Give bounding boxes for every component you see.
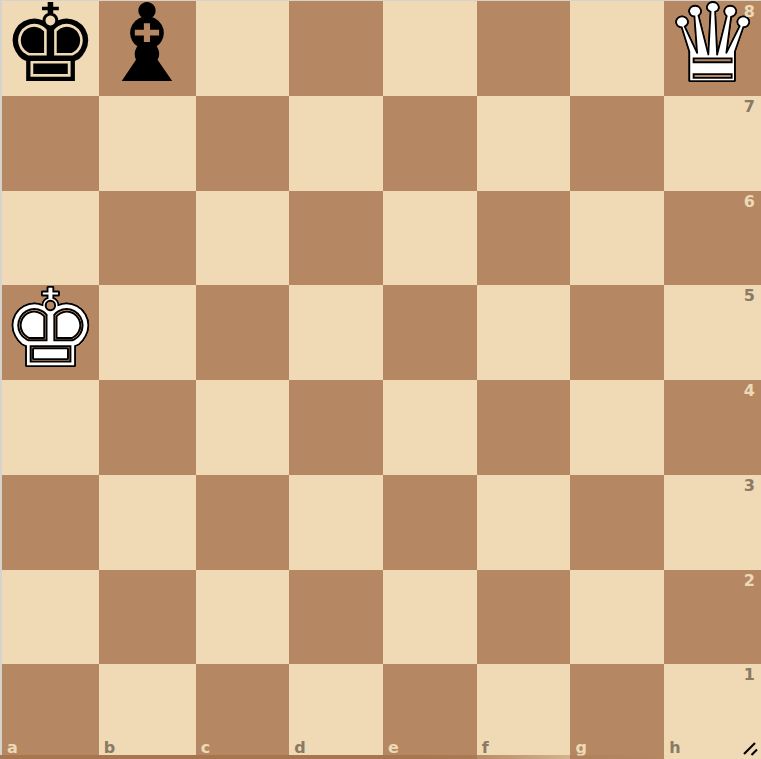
file-label-h: h [669,740,680,756]
rank-label-6: 6 [744,194,755,210]
square-d2[interactable] [289,570,383,665]
square-a7[interactable] [2,96,99,191]
rank-label-5: 5 [744,288,755,304]
square-g4[interactable] [570,380,664,475]
piece-white-king[interactable]: ♚ [2,282,99,376]
square-c6[interactable] [196,191,290,286]
square-d8[interactable] [289,1,383,96]
chess-board: ♚♝♛876♚5432abcdefgh1 [2,1,761,759]
square-b5[interactable] [99,285,196,380]
square-a4[interactable] [2,380,99,475]
square-d7[interactable] [289,96,383,191]
square-e3[interactable] [383,475,477,570]
file-label-f: f [482,740,489,756]
piece-black-king[interactable]: ♚ [2,0,99,91]
square-d3[interactable] [289,475,383,570]
square-b7[interactable] [99,96,196,191]
rank-label-3: 3 [744,478,755,494]
file-label-a: a [7,740,18,756]
square-c4[interactable] [196,380,290,475]
square-g5[interactable] [570,285,664,380]
square-d4[interactable] [289,380,383,475]
square-f1[interactable]: f [477,664,571,759]
piece-black-bishop[interactable]: ♝ [99,0,196,91]
square-c5[interactable] [196,285,290,380]
square-a8[interactable]: ♚ [2,1,99,96]
square-f2[interactable] [477,570,571,665]
rank-label-7: 7 [744,99,755,115]
square-e1[interactable]: e [383,664,477,759]
square-e8[interactable] [383,1,477,96]
square-g2[interactable] [570,570,664,665]
file-label-c: c [201,740,210,756]
square-h5[interactable]: 5 [664,285,761,380]
square-g6[interactable] [570,191,664,286]
board-resize-handle[interactable] [742,742,758,756]
square-g3[interactable] [570,475,664,570]
piece-white-queen[interactable]: ♛ [664,0,761,91]
square-c8[interactable] [196,1,290,96]
square-a5[interactable]: ♚ [2,285,99,380]
rank-label-2: 2 [744,573,755,589]
square-b4[interactable] [99,380,196,475]
square-g7[interactable] [570,96,664,191]
square-f8[interactable] [477,1,571,96]
square-e2[interactable] [383,570,477,665]
square-c3[interactable] [196,475,290,570]
square-a2[interactable] [2,570,99,665]
file-label-b: b [104,740,115,756]
square-e6[interactable] [383,191,477,286]
square-h7[interactable]: 7 [664,96,761,191]
file-label-g: g [575,740,586,756]
square-h8[interactable]: ♛8 [664,1,761,96]
square-b3[interactable] [99,475,196,570]
square-c7[interactable] [196,96,290,191]
square-d5[interactable] [289,285,383,380]
chess-board-frame: ♚♝♛876♚5432abcdefgh1 [0,0,761,759]
square-f5[interactable] [477,285,571,380]
square-c2[interactable] [196,570,290,665]
square-c1[interactable]: c [196,664,290,759]
square-b6[interactable] [99,191,196,286]
square-f4[interactable] [477,380,571,475]
square-h6[interactable]: 6 [664,191,761,286]
square-b1[interactable]: b [99,664,196,759]
square-h2[interactable]: 2 [664,570,761,665]
rank-label-4: 4 [744,383,755,399]
square-e4[interactable] [383,380,477,475]
square-e5[interactable] [383,285,477,380]
square-h3[interactable]: 3 [664,475,761,570]
square-f3[interactable] [477,475,571,570]
file-label-e: e [388,740,399,756]
square-d1[interactable]: d [289,664,383,759]
square-h4[interactable]: 4 [664,380,761,475]
square-f7[interactable] [477,96,571,191]
square-d6[interactable] [289,191,383,286]
file-label-d: d [294,740,305,756]
square-a3[interactable] [2,475,99,570]
square-b2[interactable] [99,570,196,665]
square-e7[interactable] [383,96,477,191]
square-g8[interactable] [570,1,664,96]
square-a1[interactable]: a [2,664,99,759]
square-g1[interactable]: g [570,664,664,759]
square-f6[interactable] [477,191,571,286]
rank-label-1: 1 [744,667,755,683]
square-b8[interactable]: ♝ [99,1,196,96]
